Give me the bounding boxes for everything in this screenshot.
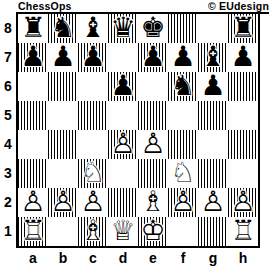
black-pawn-piece: ♟	[108, 72, 138, 101]
square-d3[interactable]	[108, 159, 138, 188]
square-e1[interactable]: ♚♔	[138, 217, 168, 246]
square-b3[interactable]	[48, 159, 78, 188]
square-a7[interactable]: ♟	[18, 43, 48, 72]
black-pawn-piece: ♟	[228, 43, 258, 72]
white-bishop-piece: ♝♗	[138, 188, 168, 217]
black-pawn-piece: ♟	[198, 72, 228, 101]
white-pawn-piece: ♟♙	[168, 188, 198, 217]
chess-board: ♜♞♝♛♚♜♟♟♟♟♟♝♟♟♞♟♟♙♟♙♞♘♞♘♟♙♟♙♟♙♝♗♟♙♟♙♟♙♜♖…	[16, 12, 260, 248]
square-d5[interactable]	[108, 101, 138, 130]
square-f5[interactable]	[168, 101, 198, 130]
square-e4[interactable]: ♟♙	[138, 130, 168, 159]
square-f1[interactable]	[168, 217, 198, 246]
square-b5[interactable]	[48, 101, 78, 130]
black-knight-piece: ♞	[168, 72, 198, 101]
chess-diagram: ChessOps © EUdesign 87654321 ♜♞♝♛♚♜♟♟♟♟♟…	[0, 0, 270, 270]
square-f7[interactable]: ♟	[168, 43, 198, 72]
white-knight-piece: ♞♘	[168, 159, 198, 188]
rank-label-4: 4	[0, 130, 16, 159]
square-e2[interactable]: ♝♗	[138, 188, 168, 217]
square-e8[interactable]: ♚	[138, 14, 168, 43]
square-g2[interactable]: ♟♙	[198, 188, 228, 217]
square-e5[interactable]	[138, 101, 168, 130]
square-g1[interactable]	[198, 217, 228, 246]
square-g7[interactable]: ♝	[198, 43, 228, 72]
black-pawn-piece: ♟	[48, 43, 78, 72]
square-f6[interactable]: ♞	[168, 72, 198, 101]
black-rook-piece: ♜	[18, 14, 48, 43]
square-b1[interactable]	[48, 217, 78, 246]
square-h5[interactable]	[228, 101, 258, 130]
file-label-g: g	[198, 250, 228, 266]
file-label-e: e	[138, 250, 168, 266]
rank-label-2: 2	[0, 188, 16, 217]
square-f8[interactable]	[168, 14, 198, 43]
black-pawn-piece: ♟	[138, 43, 168, 72]
square-d2[interactable]	[108, 188, 138, 217]
square-a8[interactable]: ♜	[18, 14, 48, 43]
square-h4[interactable]	[228, 130, 258, 159]
black-queen-piece: ♛	[108, 14, 138, 43]
file-label-d: d	[108, 250, 138, 266]
file-label-h: h	[228, 250, 258, 266]
square-a2[interactable]: ♟♙	[18, 188, 48, 217]
square-b2[interactable]: ♟♙	[48, 188, 78, 217]
square-c4[interactable]	[78, 130, 108, 159]
square-d6[interactable]: ♟	[108, 72, 138, 101]
black-bishop-piece: ♝	[78, 14, 108, 43]
black-pawn-piece: ♟	[18, 43, 48, 72]
square-h3[interactable]	[228, 159, 258, 188]
square-a3[interactable]	[18, 159, 48, 188]
rank-labels: 87654321	[0, 14, 16, 246]
square-e7[interactable]: ♟	[138, 43, 168, 72]
square-c2[interactable]: ♟♙	[78, 188, 108, 217]
white-rook-piece: ♜♖	[228, 217, 258, 246]
square-c7[interactable]: ♟	[78, 43, 108, 72]
file-labels: abcdefgh	[18, 250, 258, 266]
square-a6[interactable]	[18, 72, 48, 101]
rank-label-5: 5	[0, 101, 16, 130]
square-b8[interactable]: ♞	[48, 14, 78, 43]
square-a1[interactable]: ♜♖	[18, 217, 48, 246]
file-label-a: a	[18, 250, 48, 266]
file-label-b: b	[48, 250, 78, 266]
square-b4[interactable]	[48, 130, 78, 159]
file-label-f: f	[168, 250, 198, 266]
white-pawn-piece: ♟♙	[198, 188, 228, 217]
square-c8[interactable]: ♝	[78, 14, 108, 43]
square-h2[interactable]: ♟♙	[228, 188, 258, 217]
square-g4[interactable]	[198, 130, 228, 159]
square-b7[interactable]: ♟	[48, 43, 78, 72]
file-label-c: c	[78, 250, 108, 266]
square-g8[interactable]	[198, 14, 228, 43]
white-pawn-piece: ♟♙	[18, 188, 48, 217]
square-g3[interactable]	[198, 159, 228, 188]
rank-label-8: 8	[0, 14, 16, 43]
square-f2[interactable]: ♟♙	[168, 188, 198, 217]
square-d7[interactable]	[108, 43, 138, 72]
square-c6[interactable]	[78, 72, 108, 101]
black-pawn-piece: ♟	[78, 43, 108, 72]
rank-label-1: 1	[0, 217, 16, 246]
black-bishop-piece: ♝	[198, 43, 228, 72]
square-d4[interactable]: ♟♙	[108, 130, 138, 159]
white-pawn-piece: ♟♙	[228, 188, 258, 217]
square-f3[interactable]: ♞♘	[168, 159, 198, 188]
white-knight-piece: ♞♘	[78, 159, 108, 188]
white-pawn-piece: ♟♙	[48, 188, 78, 217]
square-g5[interactable]	[198, 101, 228, 130]
white-pawn-piece: ♟♙	[78, 188, 108, 217]
square-a4[interactable]	[18, 130, 48, 159]
white-bishop-piece: ♝♗	[78, 217, 108, 246]
square-h1[interactable]: ♜♖	[228, 217, 258, 246]
square-f4[interactable]	[168, 130, 198, 159]
square-h7[interactable]: ♟	[228, 43, 258, 72]
white-king-piece: ♚♔	[138, 217, 168, 246]
square-g6[interactable]: ♟	[198, 72, 228, 101]
white-rook-piece: ♜♖	[18, 217, 48, 246]
white-pawn-piece: ♟♙	[108, 130, 138, 159]
square-c5[interactable]	[78, 101, 108, 130]
square-d8[interactable]: ♛	[108, 14, 138, 43]
square-c1[interactable]: ♝♗	[78, 217, 108, 246]
rank-label-3: 3	[0, 159, 16, 188]
square-d1[interactable]: ♛♕	[108, 217, 138, 246]
black-knight-piece: ♞	[48, 14, 78, 43]
rank-label-7: 7	[0, 43, 16, 72]
square-e3[interactable]	[138, 159, 168, 188]
rank-label-6: 6	[0, 72, 16, 101]
square-c3[interactable]: ♞♘	[78, 159, 108, 188]
white-queen-piece: ♛♕	[108, 217, 138, 246]
square-a5[interactable]	[18, 101, 48, 130]
square-h8[interactable]: ♜	[228, 14, 258, 43]
black-pawn-piece: ♟	[168, 43, 198, 72]
square-e6[interactable]	[138, 72, 168, 101]
square-b6[interactable]	[48, 72, 78, 101]
black-rook-piece: ♜	[228, 14, 258, 43]
square-h6[interactable]	[228, 72, 258, 101]
black-king-piece: ♚	[138, 14, 168, 43]
white-pawn-piece: ♟♙	[138, 130, 168, 159]
